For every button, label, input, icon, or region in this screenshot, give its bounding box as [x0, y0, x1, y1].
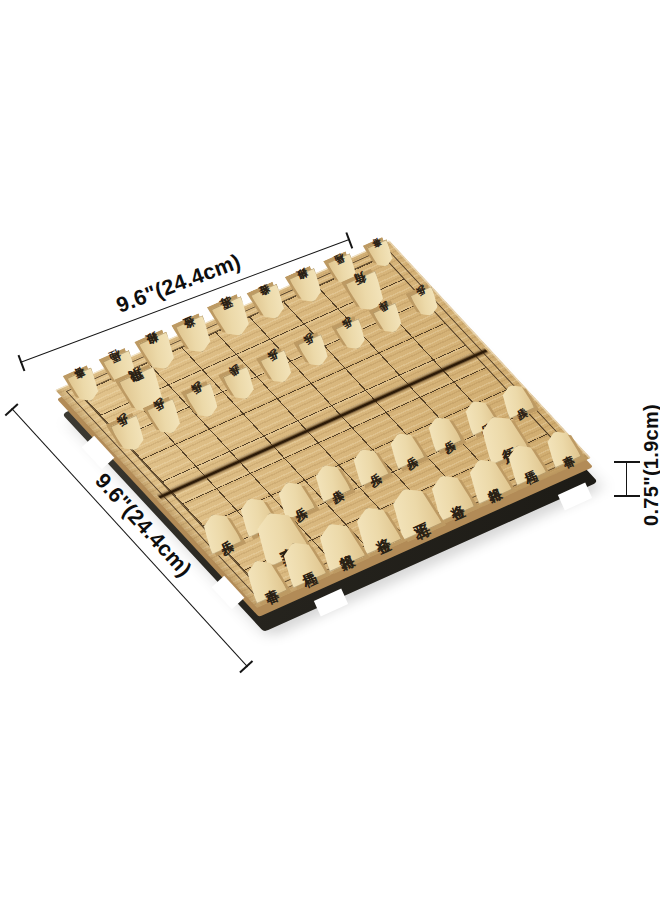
dimension-label-right: 0.75"(1.9cm) [640, 404, 660, 526]
dimension-tick [240, 660, 254, 673]
dimension-tick [17, 354, 24, 370]
dimension-tick [614, 495, 640, 497]
dimension-tick [5, 403, 19, 416]
dimension-tick [346, 232, 353, 248]
thickness-bracket [626, 461, 627, 497]
dimension-tick [614, 461, 640, 463]
product-photo: 香車桂馬銀将角行歩兵金将歩兵玉将歩兵金将歩兵銀将歩兵桂馬歩兵香車飛車歩兵歩兵歩兵… [0, 0, 660, 900]
